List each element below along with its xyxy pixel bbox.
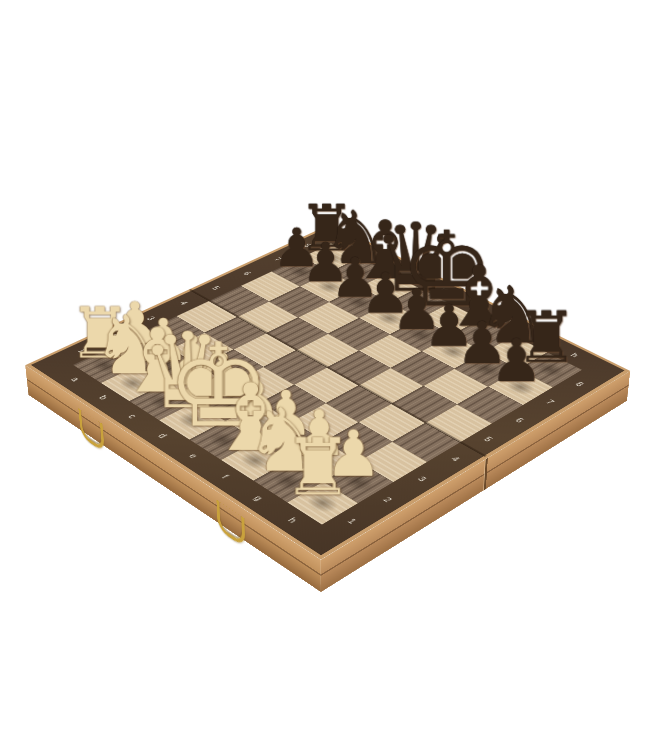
product-photo-canvas: aabbccddeeffgghh1122334455667788♜♞♝♛♚♝♞♜… bbox=[0, 0, 650, 750]
piece-black-pawn-h7: ♟ bbox=[455, 331, 577, 390]
brass-clasp-right bbox=[216, 500, 245, 548]
chess-board: aabbccddeeffgghh1122334455667788♜♞♝♛♚♝♞♜… bbox=[25, 224, 630, 560]
brass-clasp-left bbox=[78, 408, 104, 453]
piece-white-rook-h1: ♜ bbox=[251, 428, 385, 506]
